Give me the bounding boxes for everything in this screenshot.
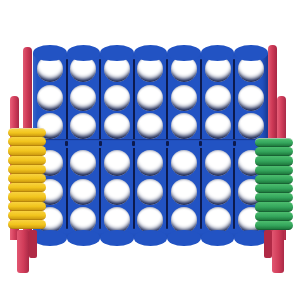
empty-hole	[104, 179, 130, 205]
yellow-disc-stack	[8, 128, 46, 229]
green-disc[interactable]	[255, 138, 293, 147]
left-front-foot	[17, 230, 29, 273]
cell-r4c3[interactable]	[100, 149, 134, 178]
bottom-scallop	[234, 230, 268, 246]
empty-hole	[70, 85, 96, 111]
cell-r5c2[interactable]	[67, 178, 101, 207]
cell-r2c5[interactable]	[167, 84, 201, 113]
cell-r4c4[interactable]	[134, 149, 168, 178]
cell-r5c3[interactable]	[100, 178, 134, 207]
empty-hole	[171, 85, 197, 111]
yellow-disc[interactable]	[8, 128, 46, 137]
yellow-disc[interactable]	[8, 202, 46, 211]
top-scallop	[67, 45, 101, 61]
board-cells	[33, 53, 268, 238]
empty-hole	[137, 179, 163, 205]
cell-r2c4[interactable]	[134, 84, 168, 113]
top-scallop	[234, 45, 268, 61]
bottom-scallop	[100, 230, 134, 246]
right-rear-foot	[264, 230, 272, 258]
right-front-foot	[272, 230, 284, 273]
board	[33, 45, 268, 247]
yellow-disc[interactable]	[8, 211, 46, 220]
cell-r3c7[interactable]	[234, 112, 268, 141]
top-scallop	[100, 45, 134, 61]
top-scallop	[33, 45, 67, 61]
top-scallop	[201, 45, 235, 61]
empty-hole	[137, 85, 163, 111]
empty-hole	[37, 85, 63, 111]
cell-r3c4[interactable]	[134, 112, 168, 141]
green-disc[interactable]	[255, 166, 293, 175]
bottom-scallop	[167, 230, 201, 246]
empty-hole	[205, 85, 231, 111]
green-disc[interactable]	[255, 193, 293, 202]
green-disc[interactable]	[255, 184, 293, 193]
yellow-disc[interactable]	[8, 156, 46, 165]
empty-hole	[104, 85, 130, 111]
bottom-scallop	[201, 230, 235, 246]
empty-hole	[171, 113, 197, 139]
top-scallop	[134, 45, 168, 61]
green-disc[interactable]	[255, 221, 293, 230]
yellow-disc[interactable]	[8, 146, 46, 155]
yellow-disc[interactable]	[8, 137, 46, 146]
yellow-disc[interactable]	[8, 165, 46, 174]
cell-r5c6[interactable]	[201, 178, 235, 207]
green-disc[interactable]	[255, 212, 293, 221]
empty-hole	[205, 113, 231, 139]
yellow-disc[interactable]	[8, 192, 46, 201]
cell-r4c2[interactable]	[67, 149, 101, 178]
empty-hole	[171, 179, 197, 205]
left-rear-foot	[29, 230, 37, 258]
cell-r2c1[interactable]	[33, 84, 67, 113]
yellow-disc[interactable]	[8, 174, 46, 183]
empty-hole	[70, 179, 96, 205]
green-disc[interactable]	[255, 147, 293, 156]
green-disc[interactable]	[255, 175, 293, 184]
cell-r2c2[interactable]	[67, 84, 101, 113]
empty-hole	[205, 150, 231, 176]
empty-hole	[104, 113, 130, 139]
empty-hole	[238, 113, 264, 139]
top-scallop	[167, 45, 201, 61]
empty-hole	[70, 150, 96, 176]
green-disc[interactable]	[255, 156, 293, 165]
cell-r5c5[interactable]	[167, 178, 201, 207]
cell-r3c6[interactable]	[201, 112, 235, 141]
cell-r3c5[interactable]	[167, 112, 201, 141]
bottom-scallop	[67, 230, 101, 246]
green-disc-stack	[255, 138, 293, 230]
empty-hole	[205, 179, 231, 205]
bottom-scallop	[33, 230, 67, 246]
empty-hole	[238, 85, 264, 111]
bottom-scallop	[134, 230, 168, 246]
empty-hole	[171, 150, 197, 176]
yellow-disc[interactable]	[8, 183, 46, 192]
empty-hole	[104, 150, 130, 176]
green-disc[interactable]	[255, 202, 293, 211]
connect-four-set	[0, 0, 300, 300]
cell-r3c3[interactable]	[100, 112, 134, 141]
empty-hole	[137, 150, 163, 176]
empty-hole	[70, 113, 96, 139]
cell-r3c2[interactable]	[67, 112, 101, 141]
cell-r2c3[interactable]	[100, 84, 134, 113]
yellow-disc[interactable]	[8, 220, 46, 229]
empty-hole	[137, 113, 163, 139]
cell-r2c7[interactable]	[234, 84, 268, 113]
cell-r4c5[interactable]	[167, 149, 201, 178]
cell-r4c6[interactable]	[201, 149, 235, 178]
cell-r5c4[interactable]	[134, 178, 168, 207]
cell-r2c6[interactable]	[201, 84, 235, 113]
